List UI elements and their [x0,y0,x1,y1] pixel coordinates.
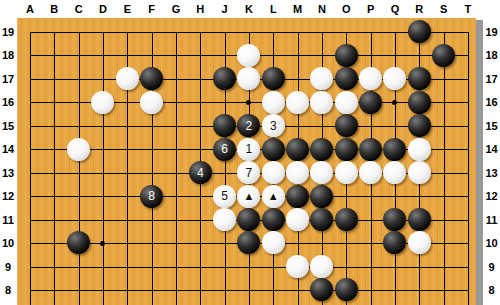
board-shadow-strip [476,20,483,305]
row-label-left: 19 [0,23,16,41]
column-label: K [237,0,261,18]
move-number: 6 [221,143,228,155]
column-label: O [334,0,358,18]
stone-black[interactable] [408,208,431,231]
stone-white[interactable] [262,231,285,254]
stone-white[interactable] [359,67,382,90]
row-label-left: 18 [0,46,16,64]
row-label-right: 11 [484,211,500,229]
row-label-left: 10 [0,234,16,252]
row-label-left: 17 [0,70,16,88]
stone-white[interactable] [408,231,431,254]
move-number: 7 [246,167,253,179]
stone-black[interactable] [213,67,236,90]
row-label-left: 16 [0,93,16,111]
stone-white[interactable] [286,91,309,114]
column-label: E [115,0,139,18]
row-label-right: 12 [484,187,500,205]
row-label-right: 17 [484,70,500,88]
stone-black[interactable] [408,91,431,114]
stone-black[interactable] [237,231,260,254]
column-label: G [164,0,188,18]
stone-black[interactable] [383,138,406,161]
stone-white[interactable] [237,67,260,90]
row-label-right: 16 [484,93,500,111]
move-number: 4 [197,167,204,179]
row-label-right: 9 [484,258,500,276]
row-label-right: 8 [484,281,500,299]
column-label: Q [383,0,407,18]
stone-black[interactable] [262,208,285,231]
column-label: R [407,0,431,18]
stone-black[interactable] [335,278,358,301]
stone-white[interactable]: ▲ [237,185,260,208]
stone-white[interactable] [310,161,333,184]
column-label: F [140,0,164,18]
column-label: J [213,0,237,18]
stone-white[interactable] [91,91,114,114]
move-number: 8 [148,190,155,202]
stone-white[interactable] [383,67,406,90]
stone-black[interactable] [383,208,406,231]
stone-black[interactable] [408,67,431,90]
stone-white[interactable] [140,91,163,114]
stone-black[interactable] [262,67,285,90]
stone-black[interactable] [408,20,431,43]
row-label-left: 9 [0,258,16,276]
move-number: 2 [246,120,253,132]
column-label: S [432,0,456,18]
column-label: M [286,0,310,18]
stone-white[interactable] [237,44,260,67]
stone-white[interactable]: ▲ [262,185,285,208]
column-label: D [91,0,115,18]
stone-black[interactable] [335,138,358,161]
stone-black[interactable]: 2 [237,114,260,137]
stone-black[interactable]: 4 [189,161,212,184]
row-label-right: 19 [484,23,500,41]
column-label: A [18,0,42,18]
stone-black[interactable] [335,67,358,90]
row-label-left: 14 [0,140,16,158]
row-label-right: 18 [484,46,500,64]
move-number: 5 [221,190,228,202]
column-label: C [67,0,91,18]
stone-white[interactable] [213,208,236,231]
stone-black[interactable]: 8 [140,185,163,208]
stone-black[interactable] [335,114,358,137]
row-label-left: 11 [0,211,16,229]
stone-grid[interactable]: 26483175▲▲ [18,20,480,301]
stone-black[interactable] [383,231,406,254]
column-label: P [359,0,383,18]
stone-black[interactable] [408,114,431,137]
stone-black[interactable] [286,185,309,208]
triangle-mark: ▲ [268,191,279,202]
column-label: H [188,0,212,18]
stone-white[interactable] [286,208,309,231]
stone-white[interactable] [408,161,431,184]
stone-black[interactable] [310,185,333,208]
column-label: B [42,0,66,18]
stone-white[interactable] [335,161,358,184]
go-board[interactable]: 26483175▲▲ [17,18,476,305]
column-label: T [456,0,480,18]
stone-white[interactable]: 7 [237,161,260,184]
move-number: 1 [246,143,253,155]
row-label-left: 12 [0,187,16,205]
stone-white[interactable] [359,161,382,184]
stone-black[interactable] [237,208,260,231]
stone-black[interactable] [432,44,455,67]
stone-white[interactable]: 5 [213,185,236,208]
stone-black[interactable] [262,138,285,161]
row-label-right: 13 [484,164,500,182]
row-label-right: 15 [484,117,500,135]
stone-black[interactable] [335,44,358,67]
move-number: 3 [270,120,277,132]
stone-white[interactable]: 3 [262,114,285,137]
stone-black[interactable] [310,208,333,231]
stone-white[interactable] [310,255,333,278]
stone-black[interactable]: 6 [213,138,236,161]
stone-white[interactable] [310,91,333,114]
row-label-right: 14 [484,140,500,158]
stone-white[interactable] [286,255,309,278]
stone-white[interactable] [286,161,309,184]
stone-white[interactable] [383,161,406,184]
stone-black[interactable] [335,208,358,231]
stone-white[interactable] [262,161,285,184]
stone-black[interactable] [286,138,309,161]
stone-black[interactable] [359,138,382,161]
stone-white[interactable] [67,138,90,161]
stone-black[interactable] [310,138,333,161]
row-label-right: 10 [484,234,500,252]
column-label: N [310,0,334,18]
stone-white[interactable] [116,67,139,90]
stone-black[interactable] [213,114,236,137]
column-label: L [261,0,285,18]
row-label-left: 13 [0,164,16,182]
stone-black[interactable] [359,91,382,114]
stone-white[interactable]: 1 [237,138,260,161]
stone-black[interactable] [140,67,163,90]
stone-white[interactable] [310,67,333,90]
stone-black[interactable] [67,231,90,254]
stone-black[interactable] [310,278,333,301]
stone-white[interactable] [335,91,358,114]
row-label-left: 8 [0,281,16,299]
stone-white[interactable] [408,138,431,161]
stone-white[interactable] [262,91,285,114]
row-label-left: 15 [0,117,16,135]
triangle-mark: ▲ [243,191,254,202]
go-board-diagram: ABCDEFGHJKLMNOPQRST 19181716151413121110… [0,0,500,305]
